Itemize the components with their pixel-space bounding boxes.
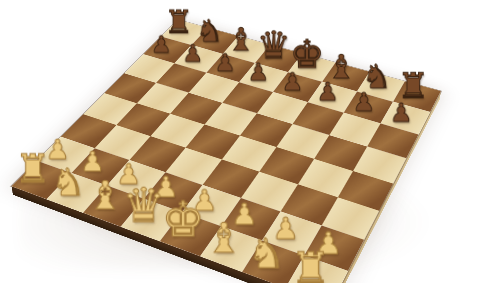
white-rook-h1[interactable]: ♜ — [272, 246, 350, 283]
photo-stage: ♜♞♝♛♚♝♞♜♟♟♟♟♟♟♟♟♟♟♟♟♟♟♟♟♜♞♝♛♚♝♞♜ — [0, 0, 480, 283]
chess-board: ♜♞♝♛♚♝♞♜♟♟♟♟♟♟♟♟♟♟♟♟♟♟♟♟♜♞♝♛♚♝♞♜ — [11, 19, 441, 283]
black-pawn-h7[interactable]: ♟ — [370, 99, 433, 125]
square-h1[interactable]: ♜ — [286, 255, 348, 283]
scene: ♜♞♝♛♚♝♞♜♟♟♟♟♟♟♟♟♟♟♟♟♟♟♟♟♜♞♝♛♚♝♞♜ — [0, 0, 480, 283]
board-squares: ♜♞♝♛♚♝♞♜♟♟♟♟♟♟♟♟♟♟♟♟♟♟♟♟♜♞♝♛♚♝♞♜ — [11, 19, 441, 283]
